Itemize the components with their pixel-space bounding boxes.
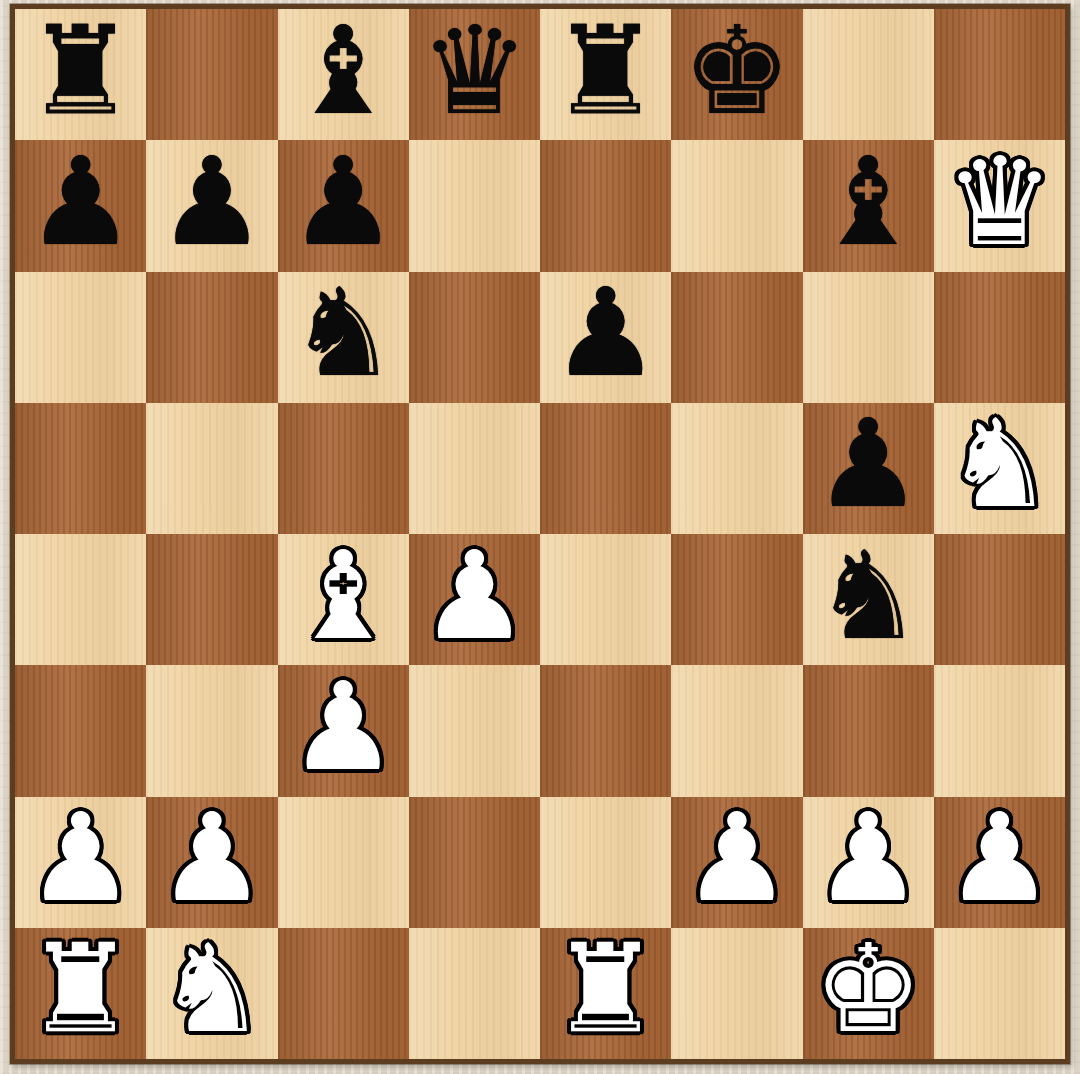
square-a5[interactable]: [15, 403, 146, 534]
square-g2[interactable]: ♟: [803, 797, 934, 928]
square-c1[interactable]: [278, 928, 409, 1059]
square-g6[interactable]: [803, 272, 934, 403]
square-h4[interactable]: [934, 534, 1065, 665]
square-h7[interactable]: ♛: [934, 140, 1065, 271]
square-d2[interactable]: [409, 797, 540, 928]
square-d4[interactable]: ♟: [409, 534, 540, 665]
square-g1[interactable]: ♚: [803, 928, 934, 1059]
square-h8[interactable]: [934, 9, 1065, 140]
square-c5[interactable]: [278, 403, 409, 534]
piece-black-rook-e8[interactable]: ♜: [551, 10, 660, 132]
piece-white-king-g1[interactable]: ♚: [813, 928, 922, 1050]
piece-white-knight-h5[interactable]: ♞: [945, 403, 1054, 525]
piece-white-knight-b1[interactable]: ♞: [157, 928, 266, 1050]
piece-black-pawn-e6[interactable]: ♟: [551, 272, 660, 394]
chessboard: ♜♝♛♜♚♟♟♟♝♛♞♟♟♞♝♟♞♟♟♟♟♟♟♜♞♜♚: [10, 4, 1070, 1064]
square-b5[interactable]: [146, 403, 277, 534]
piece-black-bishop-c8[interactable]: ♝: [288, 10, 397, 132]
square-f4[interactable]: [671, 534, 802, 665]
board-grid: ♜♝♛♜♚♟♟♟♝♛♞♟♟♞♝♟♞♟♟♟♟♟♟♜♞♜♚: [15, 9, 1065, 1059]
square-g7[interactable]: ♝: [803, 140, 934, 271]
square-g3[interactable]: [803, 665, 934, 796]
piece-white-rook-e1[interactable]: ♜: [551, 928, 660, 1050]
square-e3[interactable]: [540, 665, 671, 796]
square-b8[interactable]: [146, 9, 277, 140]
square-b2[interactable]: ♟: [146, 797, 277, 928]
square-e8[interactable]: ♜: [540, 9, 671, 140]
square-g4[interactable]: ♞: [803, 534, 934, 665]
square-c7[interactable]: ♟: [278, 140, 409, 271]
piece-black-knight-c6[interactable]: ♞: [288, 272, 397, 394]
square-b6[interactable]: [146, 272, 277, 403]
square-e2[interactable]: [540, 797, 671, 928]
square-e1[interactable]: ♜: [540, 928, 671, 1059]
piece-white-pawn-f2[interactable]: ♟: [682, 797, 791, 919]
square-f6[interactable]: [671, 272, 802, 403]
square-b4[interactable]: [146, 534, 277, 665]
square-c6[interactable]: ♞: [278, 272, 409, 403]
piece-white-pawn-c3[interactable]: ♟: [288, 666, 397, 788]
square-a4[interactable]: [15, 534, 146, 665]
square-h1[interactable]: [934, 928, 1065, 1059]
square-a1[interactable]: ♜: [15, 928, 146, 1059]
piece-black-pawn-g5[interactable]: ♟: [813, 403, 922, 525]
square-h6[interactable]: [934, 272, 1065, 403]
square-d8[interactable]: ♛: [409, 9, 540, 140]
square-h5[interactable]: ♞: [934, 403, 1065, 534]
piece-white-pawn-b2[interactable]: ♟: [157, 797, 266, 919]
square-e5[interactable]: [540, 403, 671, 534]
square-c8[interactable]: ♝: [278, 9, 409, 140]
square-f7[interactable]: [671, 140, 802, 271]
square-f8[interactable]: ♚: [671, 9, 802, 140]
piece-black-pawn-a7[interactable]: ♟: [26, 141, 135, 263]
square-f1[interactable]: [671, 928, 802, 1059]
piece-white-pawn-h2[interactable]: ♟: [945, 797, 1054, 919]
square-g8[interactable]: [803, 9, 934, 140]
piece-black-knight-g4[interactable]: ♞: [813, 535, 922, 657]
piece-white-pawn-g2[interactable]: ♟: [813, 797, 922, 919]
square-c2[interactable]: [278, 797, 409, 928]
square-h3[interactable]: [934, 665, 1065, 796]
square-a8[interactable]: ♜: [15, 9, 146, 140]
square-d7[interactable]: [409, 140, 540, 271]
piece-black-rook-a8[interactable]: ♜: [26, 10, 135, 132]
piece-white-queen-h7[interactable]: ♛: [945, 141, 1054, 263]
square-f5[interactable]: [671, 403, 802, 534]
square-a3[interactable]: [15, 665, 146, 796]
square-h2[interactable]: ♟: [934, 797, 1065, 928]
piece-white-pawn-a2[interactable]: ♟: [26, 797, 135, 919]
square-d5[interactable]: [409, 403, 540, 534]
piece-black-pawn-b7[interactable]: ♟: [157, 141, 266, 263]
square-b1[interactable]: ♞: [146, 928, 277, 1059]
square-d3[interactable]: [409, 665, 540, 796]
piece-black-king-f8[interactable]: ♚: [682, 10, 791, 132]
piece-white-rook-a1[interactable]: ♜: [26, 928, 135, 1050]
piece-black-queen-d8[interactable]: ♛: [420, 10, 529, 132]
square-e6[interactable]: ♟: [540, 272, 671, 403]
square-g5[interactable]: ♟: [803, 403, 934, 534]
piece-white-bishop-c4[interactable]: ♝: [288, 535, 397, 657]
square-c4[interactable]: ♝: [278, 534, 409, 665]
piece-white-pawn-d4[interactable]: ♟: [420, 535, 529, 657]
square-a7[interactable]: ♟: [15, 140, 146, 271]
square-b3[interactable]: [146, 665, 277, 796]
square-d1[interactable]: [409, 928, 540, 1059]
square-a2[interactable]: ♟: [15, 797, 146, 928]
square-c3[interactable]: ♟: [278, 665, 409, 796]
square-e4[interactable]: [540, 534, 671, 665]
square-b7[interactable]: ♟: [146, 140, 277, 271]
piece-black-bishop-g7[interactable]: ♝: [813, 141, 922, 263]
square-d6[interactable]: [409, 272, 540, 403]
square-a6[interactable]: [15, 272, 146, 403]
square-f3[interactable]: [671, 665, 802, 796]
piece-black-pawn-c7[interactable]: ♟: [288, 141, 397, 263]
square-e7[interactable]: [540, 140, 671, 271]
square-f2[interactable]: ♟: [671, 797, 802, 928]
